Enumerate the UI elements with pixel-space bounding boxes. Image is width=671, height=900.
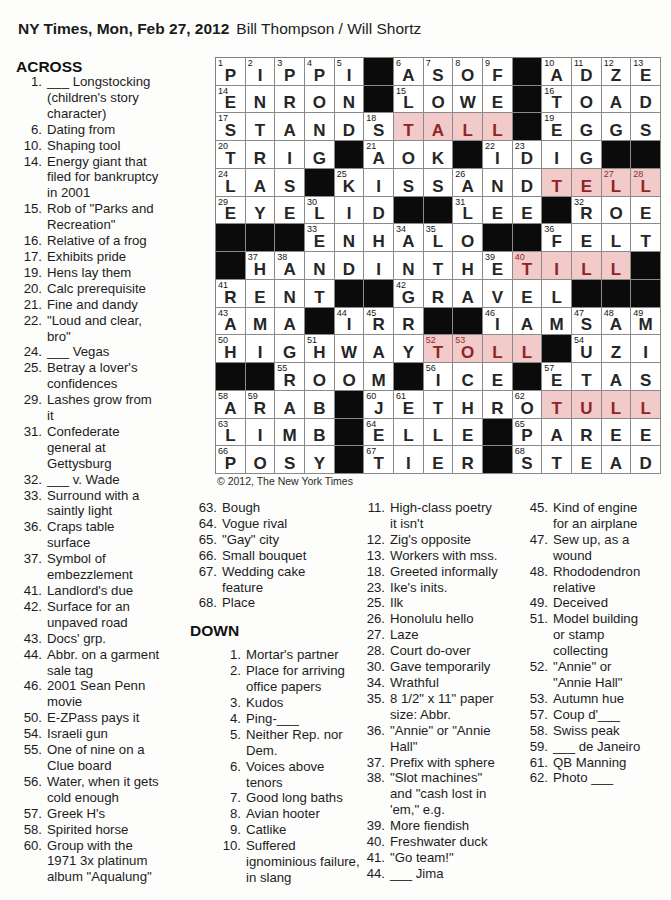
cell-letter: I xyxy=(335,316,364,333)
cell-letter: L xyxy=(602,233,631,250)
cell-letter: B xyxy=(305,400,334,417)
cell-r8c5[interactable]: D xyxy=(335,252,365,280)
clue-down-10: 10.Suffered ignominious failure, in slan… xyxy=(189,838,367,886)
cell-letter: E xyxy=(572,233,601,250)
cell-r11c10[interactable]: L xyxy=(483,335,513,363)
cell-r3c15[interactable]: S xyxy=(631,113,661,141)
cell-r12c6[interactable]: M xyxy=(364,363,394,391)
cell-letter: A xyxy=(364,150,393,167)
cell-r12c14[interactable]: A xyxy=(602,363,632,391)
cell-r6c15[interactable]: E xyxy=(631,197,661,225)
cell-r9c7[interactable]: 42G xyxy=(394,280,424,308)
cell-r14c2[interactable]: I xyxy=(246,419,276,447)
cell-r7c15[interactable]: T xyxy=(631,224,661,252)
clue-across-29: 29.Lashes grow from it xyxy=(16,392,214,424)
cell-r3c7[interactable]: T xyxy=(394,113,424,141)
cell-r6c3[interactable]: E xyxy=(275,197,305,225)
cell-r3c4[interactable]: N xyxy=(305,113,335,141)
clue-number: 6. xyxy=(16,122,42,138)
cell-r2c13[interactable]: O xyxy=(572,86,602,114)
cell-r14c4[interactable]: B xyxy=(305,419,335,447)
cell-r9c3[interactable]: N xyxy=(275,280,305,308)
cell-r5c14[interactable]: 27L xyxy=(602,169,632,197)
clue-down-8: 8.Avian hooter xyxy=(189,806,367,822)
cell-r8c6[interactable]: I xyxy=(364,252,394,280)
cell-r11c8[interactable]: 52T xyxy=(424,335,454,363)
cell-r14c11[interactable]: 65P xyxy=(513,419,543,447)
clue-number: 6. xyxy=(189,759,241,775)
cell-letter: N xyxy=(275,289,304,306)
cell-letter: E xyxy=(216,94,245,111)
cell-r12c4[interactable]: O xyxy=(305,363,335,391)
puzzle-byline: Bill Thompson / Will Shortz xyxy=(236,20,421,37)
cell-r13c10[interactable]: R xyxy=(483,391,513,419)
cell-letter: L xyxy=(216,178,245,195)
cell-r6c4[interactable]: 30L xyxy=(305,197,335,225)
cell-letter: R xyxy=(246,400,275,417)
cell-r14c15[interactable]: E xyxy=(631,419,661,447)
cell-r15c8[interactable]: E xyxy=(424,446,454,474)
cell-letter: O xyxy=(602,205,631,222)
clue-number: 57. xyxy=(521,707,548,723)
cell-r8c13[interactable]: L xyxy=(572,252,602,280)
cell-letter: G xyxy=(602,122,631,139)
clue-across-32: 32.___ v. Wade xyxy=(16,472,214,488)
cell-letter: T xyxy=(246,122,275,139)
cell-r1c14[interactable]: 12Z xyxy=(602,58,632,86)
cell-r10c13[interactable]: 47S xyxy=(572,308,602,336)
cell-r3c8[interactable]: A xyxy=(424,113,454,141)
cell-letter: R xyxy=(572,427,601,444)
cell-r3c3[interactable]: A xyxy=(275,113,305,141)
cell-r2c14[interactable]: A xyxy=(602,86,632,114)
cell-r11c11[interactable]: L xyxy=(513,335,543,363)
cell-r10c11[interactable]: A xyxy=(513,308,543,336)
cell-r3c10[interactable]: L xyxy=(483,113,513,141)
cell-r8c4[interactable]: N xyxy=(305,252,335,280)
cell-letter: L xyxy=(394,427,423,444)
cell-r10c14[interactable]: 48A xyxy=(602,308,632,336)
cell-r11c15[interactable]: I xyxy=(631,335,661,363)
cell-r15c3[interactable]: S xyxy=(275,446,305,474)
cell-r10c3[interactable]: A xyxy=(275,308,305,336)
cell-r11c3[interactable]: G xyxy=(275,335,305,363)
cell-r8c7[interactable]: N xyxy=(394,252,424,280)
cell-r7c11 xyxy=(513,224,543,252)
cell-r15c12[interactable]: T xyxy=(542,446,572,474)
cell-r6c10[interactable]: E xyxy=(483,197,513,225)
cell-r9c11[interactable]: E xyxy=(513,280,543,308)
clue-number: 36. xyxy=(16,519,42,535)
cell-letter: E xyxy=(631,67,660,84)
cell-r15c7[interactable]: I xyxy=(394,446,424,474)
cell-r13c13[interactable]: U xyxy=(572,391,602,419)
clue-column-2: 63.Bough64.Vogue rival65."Gay" city66.Sm… xyxy=(189,500,367,886)
cell-r5c11[interactable]: D xyxy=(513,169,543,197)
cell-r2c7[interactable]: 15L xyxy=(394,86,424,114)
cell-r12c9[interactable]: C xyxy=(453,363,483,391)
cell-r14c7[interactable]: L xyxy=(394,419,424,447)
cell-r5c6[interactable]: I xyxy=(364,169,394,197)
cell-r4c8[interactable]: K xyxy=(424,141,454,169)
cell-r5c2[interactable]: A xyxy=(246,169,276,197)
cell-r11c2[interactable]: I xyxy=(246,335,276,363)
cell-r2c15[interactable]: D xyxy=(631,86,661,114)
cell-r1c6 xyxy=(364,58,394,86)
cell-r8c11[interactable]: 40T xyxy=(513,252,543,280)
cell-r13c15[interactable]: L xyxy=(631,391,661,419)
cell-r7c14[interactable]: L xyxy=(602,224,632,252)
cell-r15c9[interactable]: R xyxy=(453,446,483,474)
cell-r6c11[interactable]: E xyxy=(513,197,543,225)
cell-r10c10[interactable]: 46I xyxy=(483,308,513,336)
cell-r11c6[interactable]: A xyxy=(364,335,394,363)
cell-r14c5 xyxy=(335,419,365,447)
cell-r15c11[interactable]: 68S xyxy=(513,446,543,474)
clue-across-41: 41.Landlord's due xyxy=(16,583,214,599)
cell-letter: U xyxy=(572,344,601,361)
cell-r2c5[interactable]: N xyxy=(335,86,365,114)
cell-letter: D xyxy=(513,150,542,167)
cell-r3c13[interactable]: G xyxy=(572,113,602,141)
cell-r6c5[interactable]: I xyxy=(335,197,365,225)
cell-letter: E xyxy=(424,455,453,472)
clue-number: 57. xyxy=(16,806,42,822)
clue-across-25: 25.Betray a lover's confidences xyxy=(16,360,214,392)
cell-letter: H xyxy=(246,261,275,278)
clue-number: 45. xyxy=(521,500,548,516)
cell-letter: A xyxy=(216,400,245,417)
crossword-grid[interactable]: 1P2I3P4P5I6A7S8O9F10A11D12Z13E14ENRON15L… xyxy=(215,57,661,474)
clue-down-25: 25.Ilk xyxy=(357,595,527,611)
cell-r7c8[interactable]: 35L xyxy=(424,224,454,252)
clue-text: Bough xyxy=(222,500,367,516)
cell-r14c13[interactable]: R xyxy=(572,419,602,447)
cell-r7c5[interactable]: N xyxy=(335,224,365,252)
cell-letter: O xyxy=(453,67,482,84)
clue-number: 64. xyxy=(189,516,217,532)
cell-r1c13[interactable]: 11D xyxy=(572,58,602,86)
cell-r14c8[interactable]: L xyxy=(424,419,454,447)
cell-r10c5[interactable]: 44I xyxy=(335,308,365,336)
clue-down-45: 45.Kind of engine for an airplane xyxy=(521,500,669,532)
cell-r14c9[interactable]: E xyxy=(453,419,483,447)
cell-letter: R xyxy=(216,289,245,306)
clue-across-22: 22."Loud and clear, bro" xyxy=(16,313,214,345)
cell-r3c1[interactable]: 17S xyxy=(216,113,246,141)
cell-r12c8[interactable]: 56I xyxy=(424,363,454,391)
cell-r14c3[interactable]: M xyxy=(275,419,305,447)
cell-r13c11[interactable]: 62O xyxy=(513,391,543,419)
cell-r10c7[interactable]: R xyxy=(394,308,424,336)
cell-r5c3[interactable]: S xyxy=(275,169,305,197)
cell-r5c12[interactable]: T xyxy=(542,169,572,197)
cell-r9c8[interactable]: R xyxy=(424,280,454,308)
cell-r2c4[interactable]: O xyxy=(305,86,335,114)
cell-r9c10[interactable]: V xyxy=(483,280,513,308)
cell-r9c4[interactable]: T xyxy=(305,280,335,308)
cell-r15c6[interactable]: 67T xyxy=(364,446,394,474)
cell-r8c14[interactable]: L xyxy=(602,252,632,280)
cell-r13c14[interactable]: L xyxy=(602,391,632,419)
clue-across-66: 66.Small bouquet xyxy=(189,548,367,564)
cell-r4c13[interactable]: G xyxy=(572,141,602,169)
cell-r1c2[interactable]: 2I xyxy=(246,58,276,86)
cell-r13c12[interactable]: T xyxy=(542,391,572,419)
clue-number: 31. xyxy=(16,424,42,440)
clue-number: 13. xyxy=(357,548,385,564)
cell-r15c4[interactable]: Y xyxy=(305,446,335,474)
cell-r7c12[interactable]: 36F xyxy=(542,224,572,252)
cell-letter: S xyxy=(513,455,542,472)
cell-r1c9[interactable]: 8O xyxy=(453,58,483,86)
cell-r6c8 xyxy=(424,197,454,225)
cell-letter: T xyxy=(216,150,245,167)
cell-r4c4[interactable]: G xyxy=(305,141,335,169)
cell-letter: A xyxy=(602,372,631,389)
cell-r10c1[interactable]: 43A xyxy=(216,308,246,336)
clue-across-55: 55.One of nine on a Clue board xyxy=(16,742,214,774)
clue-number: 2. xyxy=(189,663,241,679)
cell-r13c1[interactable]: 58A xyxy=(216,391,246,419)
down-clue-column-2: 11.High-class poetry it isn't12.Zig's op… xyxy=(357,500,527,882)
cell-r7c6[interactable]: H xyxy=(364,224,394,252)
clue-number: 39. xyxy=(357,818,385,834)
cell-r14c14[interactable]: E xyxy=(602,419,632,447)
cell-r2c8[interactable]: O xyxy=(424,86,454,114)
cell-r7c7[interactable]: 34A xyxy=(394,224,424,252)
cell-r1c4[interactable]: 4P xyxy=(305,58,335,86)
clue-number: 19. xyxy=(16,265,42,281)
cell-r13c9[interactable]: H xyxy=(453,391,483,419)
cell-r13c4[interactable]: B xyxy=(305,391,335,419)
cell-r7c9[interactable]: O xyxy=(453,224,483,252)
cell-r8c10[interactable]: 39E xyxy=(483,252,513,280)
cell-r2c10[interactable]: E xyxy=(483,86,513,114)
cell-r1c15[interactable]: 13E xyxy=(631,58,661,86)
cell-r11c4[interactable]: 51H xyxy=(305,335,335,363)
cell-letter: W xyxy=(335,344,364,361)
cell-r12c12[interactable]: 57E xyxy=(542,363,572,391)
cell-r15c14[interactable]: A xyxy=(602,446,632,474)
cell-letter: L xyxy=(631,400,660,417)
cell-r10c9 xyxy=(453,308,483,336)
cell-r1c1[interactable]: 1P xyxy=(216,58,246,86)
cell-r2c1[interactable]: 14E xyxy=(216,86,246,114)
cell-r11c13[interactable]: 54U xyxy=(572,335,602,363)
cell-r14c1[interactable]: 63L xyxy=(216,419,246,447)
clue-text: Energy giant that filed for bankruptcy i… xyxy=(47,154,214,202)
cell-r13c3[interactable]: A xyxy=(275,391,305,419)
clue-across-14: 14.Energy giant that filed for bankruptc… xyxy=(16,154,214,202)
cell-r11c1[interactable]: 50H xyxy=(216,335,246,363)
clue-text: Mortar's partner xyxy=(246,647,367,663)
cell-letter: Y xyxy=(305,455,334,472)
cell-r4c10[interactable]: 22I xyxy=(483,141,513,169)
cell-r12c5[interactable]: O xyxy=(335,363,365,391)
clue-across-1: 1.___ Longstocking (children's story cha… xyxy=(16,74,214,122)
cell-r9c13 xyxy=(572,280,602,308)
clue-number: 40. xyxy=(357,834,385,850)
cell-r2c9[interactable]: W xyxy=(453,86,483,114)
cell-r4c7[interactable]: O xyxy=(394,141,424,169)
cell-letter: L xyxy=(542,289,571,306)
cell-r1c8[interactable]: 7S xyxy=(424,58,454,86)
cell-letter: E xyxy=(483,261,512,278)
cell-letter: S xyxy=(394,178,423,195)
cell-r12c15[interactable]: S xyxy=(631,363,661,391)
cell-r6c7 xyxy=(394,197,424,225)
cell-r6c14[interactable]: O xyxy=(602,197,632,225)
cell-r14c6[interactable]: 64E xyxy=(364,419,394,447)
cell-r11c7[interactable]: Y xyxy=(394,335,424,363)
cell-r13c2[interactable]: 59R xyxy=(246,391,276,419)
cell-r1c3[interactable]: 3P xyxy=(275,58,305,86)
cell-r10c2[interactable]: M xyxy=(246,308,276,336)
cell-r15c13[interactable]: E xyxy=(572,446,602,474)
clue-text: ___ v. Wade xyxy=(47,472,214,488)
cell-r13c7[interactable]: 61E xyxy=(394,391,424,419)
clue-number: 21. xyxy=(16,297,42,313)
cell-letter: N xyxy=(394,261,423,278)
clue-text: Freshwater duck xyxy=(390,834,527,850)
clue-text: Model building or stamp collecting xyxy=(553,611,669,659)
cell-r11c12 xyxy=(542,335,572,363)
clue-text: Fine and dandy xyxy=(47,297,214,313)
cell-r11c14[interactable]: Z xyxy=(602,335,632,363)
clue-text: Coup d'___ xyxy=(553,707,669,723)
cell-r2c11 xyxy=(513,86,543,114)
clue-text: Voices above tenors xyxy=(246,759,367,791)
cell-r3c9[interactable]: L xyxy=(453,113,483,141)
copyright-line: © 2012, The New York Times xyxy=(217,475,353,487)
cell-r12c3[interactable]: 55R xyxy=(275,363,305,391)
cell-letter: E xyxy=(275,205,304,222)
cell-r7c4[interactable]: 33E xyxy=(305,224,335,252)
cell-r12c13[interactable]: T xyxy=(572,363,602,391)
clue-across-19: 19.Hens lay them xyxy=(16,265,214,281)
cell-r12c10[interactable]: E xyxy=(483,363,513,391)
cell-r4c1[interactable]: 20T xyxy=(216,141,246,169)
cell-r6c13[interactable]: 32R xyxy=(572,197,602,225)
cell-r4c3[interactable]: I xyxy=(275,141,305,169)
cell-r4c6[interactable]: 21A xyxy=(364,141,394,169)
clue-number: 46. xyxy=(16,678,42,694)
cell-r1c12[interactable]: 10A xyxy=(542,58,572,86)
cell-r13c6[interactable]: 60J xyxy=(364,391,394,419)
clue-text: Greeted informally xyxy=(390,564,527,580)
clue-across-10: 10.Shaping tool xyxy=(16,138,214,154)
cell-r9c2[interactable]: E xyxy=(246,280,276,308)
cell-r10c12[interactable]: M xyxy=(542,308,572,336)
cell-r5c5[interactable]: 25K xyxy=(335,169,365,197)
cell-r4c2[interactable]: R xyxy=(246,141,276,169)
cell-r2c3[interactable]: R xyxy=(275,86,305,114)
cell-r15c1[interactable]: 66P xyxy=(216,446,246,474)
cell-letter: T xyxy=(631,233,660,250)
cell-r5c15[interactable]: 28L xyxy=(631,169,661,197)
cell-r13c8[interactable]: T xyxy=(424,391,454,419)
cell-r8c9[interactable]: H xyxy=(453,252,483,280)
cell-r8c2[interactable]: 37H xyxy=(246,252,276,280)
clue-text: Exhibits pride xyxy=(47,249,214,265)
clue-text: Swiss peak xyxy=(553,723,669,739)
clue-text: Ilk xyxy=(390,595,527,611)
cell-r6c9[interactable]: 31L xyxy=(453,197,483,225)
clue-number: 29. xyxy=(16,392,42,408)
cell-letter: I xyxy=(424,372,453,389)
cell-r15c15[interactable]: D xyxy=(631,446,661,474)
cell-r9c1[interactable]: 41R xyxy=(216,280,246,308)
cell-r3c11 xyxy=(513,113,543,141)
cell-r11c5[interactable]: W xyxy=(335,335,365,363)
cell-r6c1[interactable]: 29E xyxy=(216,197,246,225)
clue-number: 42. xyxy=(16,599,42,615)
cell-r3c2[interactable]: T xyxy=(246,113,276,141)
cell-r5c1[interactable]: 24L xyxy=(216,169,246,197)
cell-r8c3[interactable]: 38A xyxy=(275,252,305,280)
cell-r8c12[interactable]: I xyxy=(542,252,572,280)
clue-text: Calc prerequisite xyxy=(47,281,214,297)
clue-down-12: 12.Zig's opposite xyxy=(357,532,527,548)
clue-down-59: 59.___ de Janeiro xyxy=(521,739,669,755)
clue-number: 44. xyxy=(16,647,42,663)
cell-r4c11[interactable]: 23D xyxy=(513,141,543,169)
clue-across-21: 21.Fine and dandy xyxy=(16,297,214,313)
cell-r6c2[interactable]: Y xyxy=(246,197,276,225)
cell-r10c15[interactable]: 49M xyxy=(631,308,661,336)
cell-r5c8[interactable]: S xyxy=(424,169,454,197)
cell-r3c12[interactable]: 19E xyxy=(542,113,572,141)
cell-r5c13[interactable]: E xyxy=(572,169,602,197)
clue-text: Kind of engine for an airplane xyxy=(553,500,669,532)
cell-r4c12[interactable]: I xyxy=(542,141,572,169)
cell-letter: H xyxy=(453,261,482,278)
cell-r10c6[interactable]: 45R xyxy=(364,308,394,336)
clue-text: Shaping tool xyxy=(47,138,214,154)
cell-r5c10[interactable]: N xyxy=(483,169,513,197)
cell-letter: O xyxy=(424,94,453,111)
cell-letter: E xyxy=(364,427,393,444)
cell-r9c9[interactable]: A xyxy=(453,280,483,308)
cell-r3c6[interactable]: 18S xyxy=(364,113,394,141)
cell-letter: E xyxy=(572,178,601,195)
clue-down-41: 41."Go team!" xyxy=(357,850,527,866)
cell-r3c5[interactable]: D xyxy=(335,113,365,141)
cell-r2c12[interactable]: 16T xyxy=(542,86,572,114)
cell-r9c12[interactable]: L xyxy=(542,280,572,308)
cell-r15c2[interactable]: O xyxy=(246,446,276,474)
cell-r11c9[interactable]: 53O xyxy=(453,335,483,363)
cell-letter: M xyxy=(364,372,393,389)
cell-letter: S xyxy=(275,178,304,195)
cell-r8c8[interactable]: T xyxy=(424,252,454,280)
cell-r6c6[interactable]: D xyxy=(364,197,394,225)
clue-number: 61. xyxy=(521,755,548,771)
cell-r2c2[interactable]: N xyxy=(246,86,276,114)
cell-r3c14[interactable]: G xyxy=(602,113,632,141)
cell-r1c10[interactable]: 9F xyxy=(483,58,513,86)
cell-r5c7[interactable]: S xyxy=(394,169,424,197)
cell-r7c13[interactable]: E xyxy=(572,224,602,252)
cell-r1c5[interactable]: 5I xyxy=(335,58,365,86)
clue-number: 35. xyxy=(357,691,385,707)
cell-letter: D xyxy=(631,455,660,472)
cell-r5c9[interactable]: 26A xyxy=(453,169,483,197)
cell-r1c7[interactable]: 6A xyxy=(394,58,424,86)
cell-r14c12[interactable]: A xyxy=(542,419,572,447)
cell-r10c8 xyxy=(424,308,454,336)
